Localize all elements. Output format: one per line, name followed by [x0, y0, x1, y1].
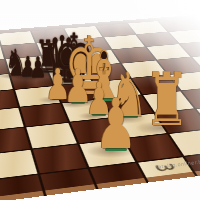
frame-cell	[40, 169, 96, 196]
board-grid: 3	[0, 19, 200, 200]
board-frame: 3	[0, 15, 200, 200]
frame-cell	[0, 175, 44, 200]
frame-cell	[90, 163, 147, 189]
chess-board: 3	[0, 15, 200, 200]
chess-set-photo: 3 ♞♟♟♜♛♚♟♟♚♝♟♟♞♜ catalog.onliner.by	[0, 0, 200, 200]
